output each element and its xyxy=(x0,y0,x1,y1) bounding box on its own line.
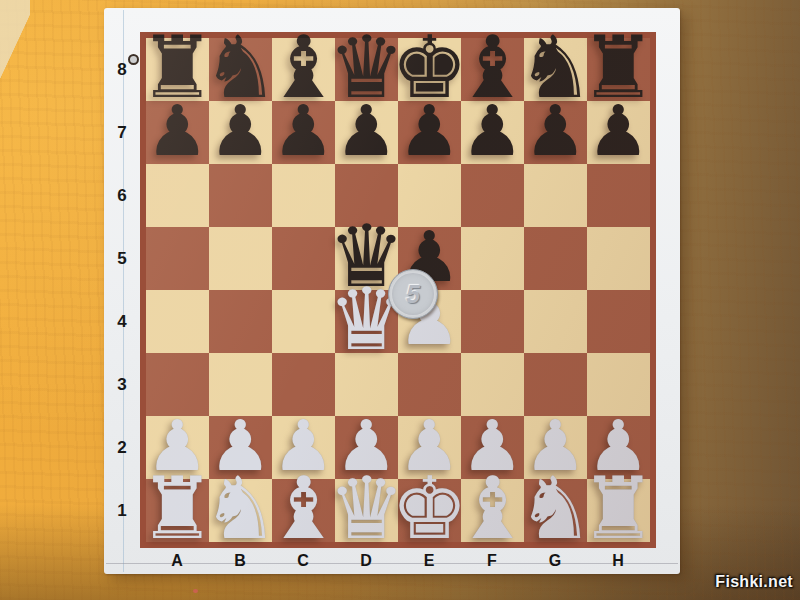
square-f7: ♟ xyxy=(461,101,524,164)
rank-label-2: 2 xyxy=(106,416,138,479)
square-e7: ♟ xyxy=(398,101,461,164)
piece-black-pawn-a7: ♟ xyxy=(146,95,209,165)
file-label-F: F xyxy=(461,550,524,572)
square-g3 xyxy=(524,353,587,416)
rank-label-5: 5 xyxy=(106,227,138,290)
photo-scene: ♜♞♝♛♚♝♞♜♟♟♟♟♟♟♟♟♛♟♛♟♟♟♟♟♟♟♟♟♜♞♝♛♚♝♞♜ 876… xyxy=(0,0,800,600)
five-ruble-coin: 5 xyxy=(388,269,438,319)
square-g5 xyxy=(524,227,587,290)
square-h5 xyxy=(587,227,650,290)
piece-white-pawn-a2: ♟ xyxy=(146,410,209,480)
square-h7: ♟ xyxy=(587,101,650,164)
square-h8: ♜ xyxy=(587,38,650,101)
rank-label-6: 6 xyxy=(106,164,138,227)
square-h2: ♟ xyxy=(587,416,650,479)
square-a3 xyxy=(146,353,209,416)
piece-black-pawn-b7: ♟ xyxy=(209,95,272,165)
square-d7: ♟ xyxy=(335,101,398,164)
square-c8: ♝ xyxy=(272,38,335,101)
square-d3 xyxy=(335,353,398,416)
square-b6 xyxy=(209,164,272,227)
file-label-G: G xyxy=(524,550,587,572)
square-c1: ♝ xyxy=(272,479,335,542)
square-e8: ♚ xyxy=(398,38,461,101)
piece-black-pawn-g7: ♟ xyxy=(524,95,587,165)
square-f1: ♝ xyxy=(461,479,524,542)
square-c5 xyxy=(272,227,335,290)
square-d6 xyxy=(335,164,398,227)
square-c2: ♟ xyxy=(272,416,335,479)
square-d5: ♛ xyxy=(335,227,398,290)
square-d2: ♟ xyxy=(335,416,398,479)
rank-label-7: 7 xyxy=(106,101,138,164)
square-a2: ♟ xyxy=(146,416,209,479)
piece-white-pawn-d2: ♟ xyxy=(335,410,398,480)
square-b2: ♟ xyxy=(209,416,272,479)
piece-black-knight-g8: ♞ xyxy=(517,24,594,110)
piece-black-rook-a8: ♜ xyxy=(139,24,216,110)
file-label-D: D xyxy=(335,550,398,572)
piece-black-pawn-c7: ♟ xyxy=(272,95,335,165)
rank-label-1: 1 xyxy=(106,479,138,542)
rank-label-3: 3 xyxy=(106,353,138,416)
square-g6 xyxy=(524,164,587,227)
square-f3 xyxy=(461,353,524,416)
square-a4 xyxy=(146,290,209,353)
piece-white-pawn-f2: ♟ xyxy=(461,410,524,480)
table-speck xyxy=(193,589,198,593)
square-c4 xyxy=(272,290,335,353)
square-h3 xyxy=(587,353,650,416)
piece-white-pawn-c2: ♟ xyxy=(272,410,335,480)
piece-black-pawn-e7: ♟ xyxy=(398,95,461,165)
square-f8: ♝ xyxy=(461,38,524,101)
rank-label-8: 8 xyxy=(106,38,138,101)
square-a7: ♟ xyxy=(146,101,209,164)
square-f5 xyxy=(461,227,524,290)
square-b5 xyxy=(209,227,272,290)
square-b3 xyxy=(209,353,272,416)
square-g1: ♞ xyxy=(524,479,587,542)
square-g7: ♟ xyxy=(524,101,587,164)
square-h6 xyxy=(587,164,650,227)
piece-white-pawn-g2: ♟ xyxy=(524,410,587,480)
square-c7: ♟ xyxy=(272,101,335,164)
file-label-C: C xyxy=(272,550,335,572)
square-g8: ♞ xyxy=(524,38,587,101)
square-b8: ♞ xyxy=(209,38,272,101)
square-d8: ♛ xyxy=(335,38,398,101)
piece-black-knight-b8: ♞ xyxy=(202,24,279,110)
piece-black-bishop-f8: ♝ xyxy=(454,24,531,110)
piece-black-pawn-h7: ♟ xyxy=(587,95,650,165)
square-g4 xyxy=(524,290,587,353)
square-f4 xyxy=(461,290,524,353)
piece-black-bishop-c8: ♝ xyxy=(265,24,342,110)
piece-black-pawn-f7: ♟ xyxy=(461,95,524,165)
rank-label-4: 4 xyxy=(106,290,138,353)
watermark: Fishki.net xyxy=(715,573,793,591)
square-b7: ♟ xyxy=(209,101,272,164)
square-f6 xyxy=(461,164,524,227)
square-e2: ♟ xyxy=(398,416,461,479)
file-label-E: E xyxy=(398,550,461,572)
square-b4 xyxy=(209,290,272,353)
square-a6 xyxy=(146,164,209,227)
file-label-B: B xyxy=(209,550,272,572)
piece-black-queen-d8: ♛ xyxy=(328,24,405,110)
square-b1: ♞ xyxy=(209,479,272,542)
square-f2: ♟ xyxy=(461,416,524,479)
square-h1: ♜ xyxy=(587,479,650,542)
square-e1: ♚ xyxy=(398,479,461,542)
square-a1: ♜ xyxy=(146,479,209,542)
piece-white-pawn-e2: ♟ xyxy=(398,410,461,480)
square-c3 xyxy=(272,353,335,416)
coin-denomination: 5 xyxy=(406,280,420,309)
square-a8: ♜ xyxy=(146,38,209,101)
square-h4 xyxy=(587,290,650,353)
paper-corner xyxy=(0,0,30,78)
piece-white-pawn-b2: ♟ xyxy=(209,410,272,480)
piece-black-king-e8: ♚ xyxy=(391,24,468,110)
square-g2: ♟ xyxy=(524,416,587,479)
piece-black-rook-h8: ♜ xyxy=(580,24,657,110)
chess-demonstration-board: ♜♞♝♛♚♝♞♜♟♟♟♟♟♟♟♟♛♟♛♟♟♟♟♟♟♟♟♟♜♞♝♛♚♝♞♜ 876… xyxy=(104,8,680,574)
file-label-H: H xyxy=(587,550,650,572)
square-e6 xyxy=(398,164,461,227)
square-e3 xyxy=(398,353,461,416)
square-a5 xyxy=(146,227,209,290)
square-d1: ♛ xyxy=(335,479,398,542)
piece-black-pawn-d7: ♟ xyxy=(335,95,398,165)
piece-white-pawn-h2: ♟ xyxy=(587,410,650,480)
file-label-A: A xyxy=(146,550,209,572)
square-c6 xyxy=(272,164,335,227)
